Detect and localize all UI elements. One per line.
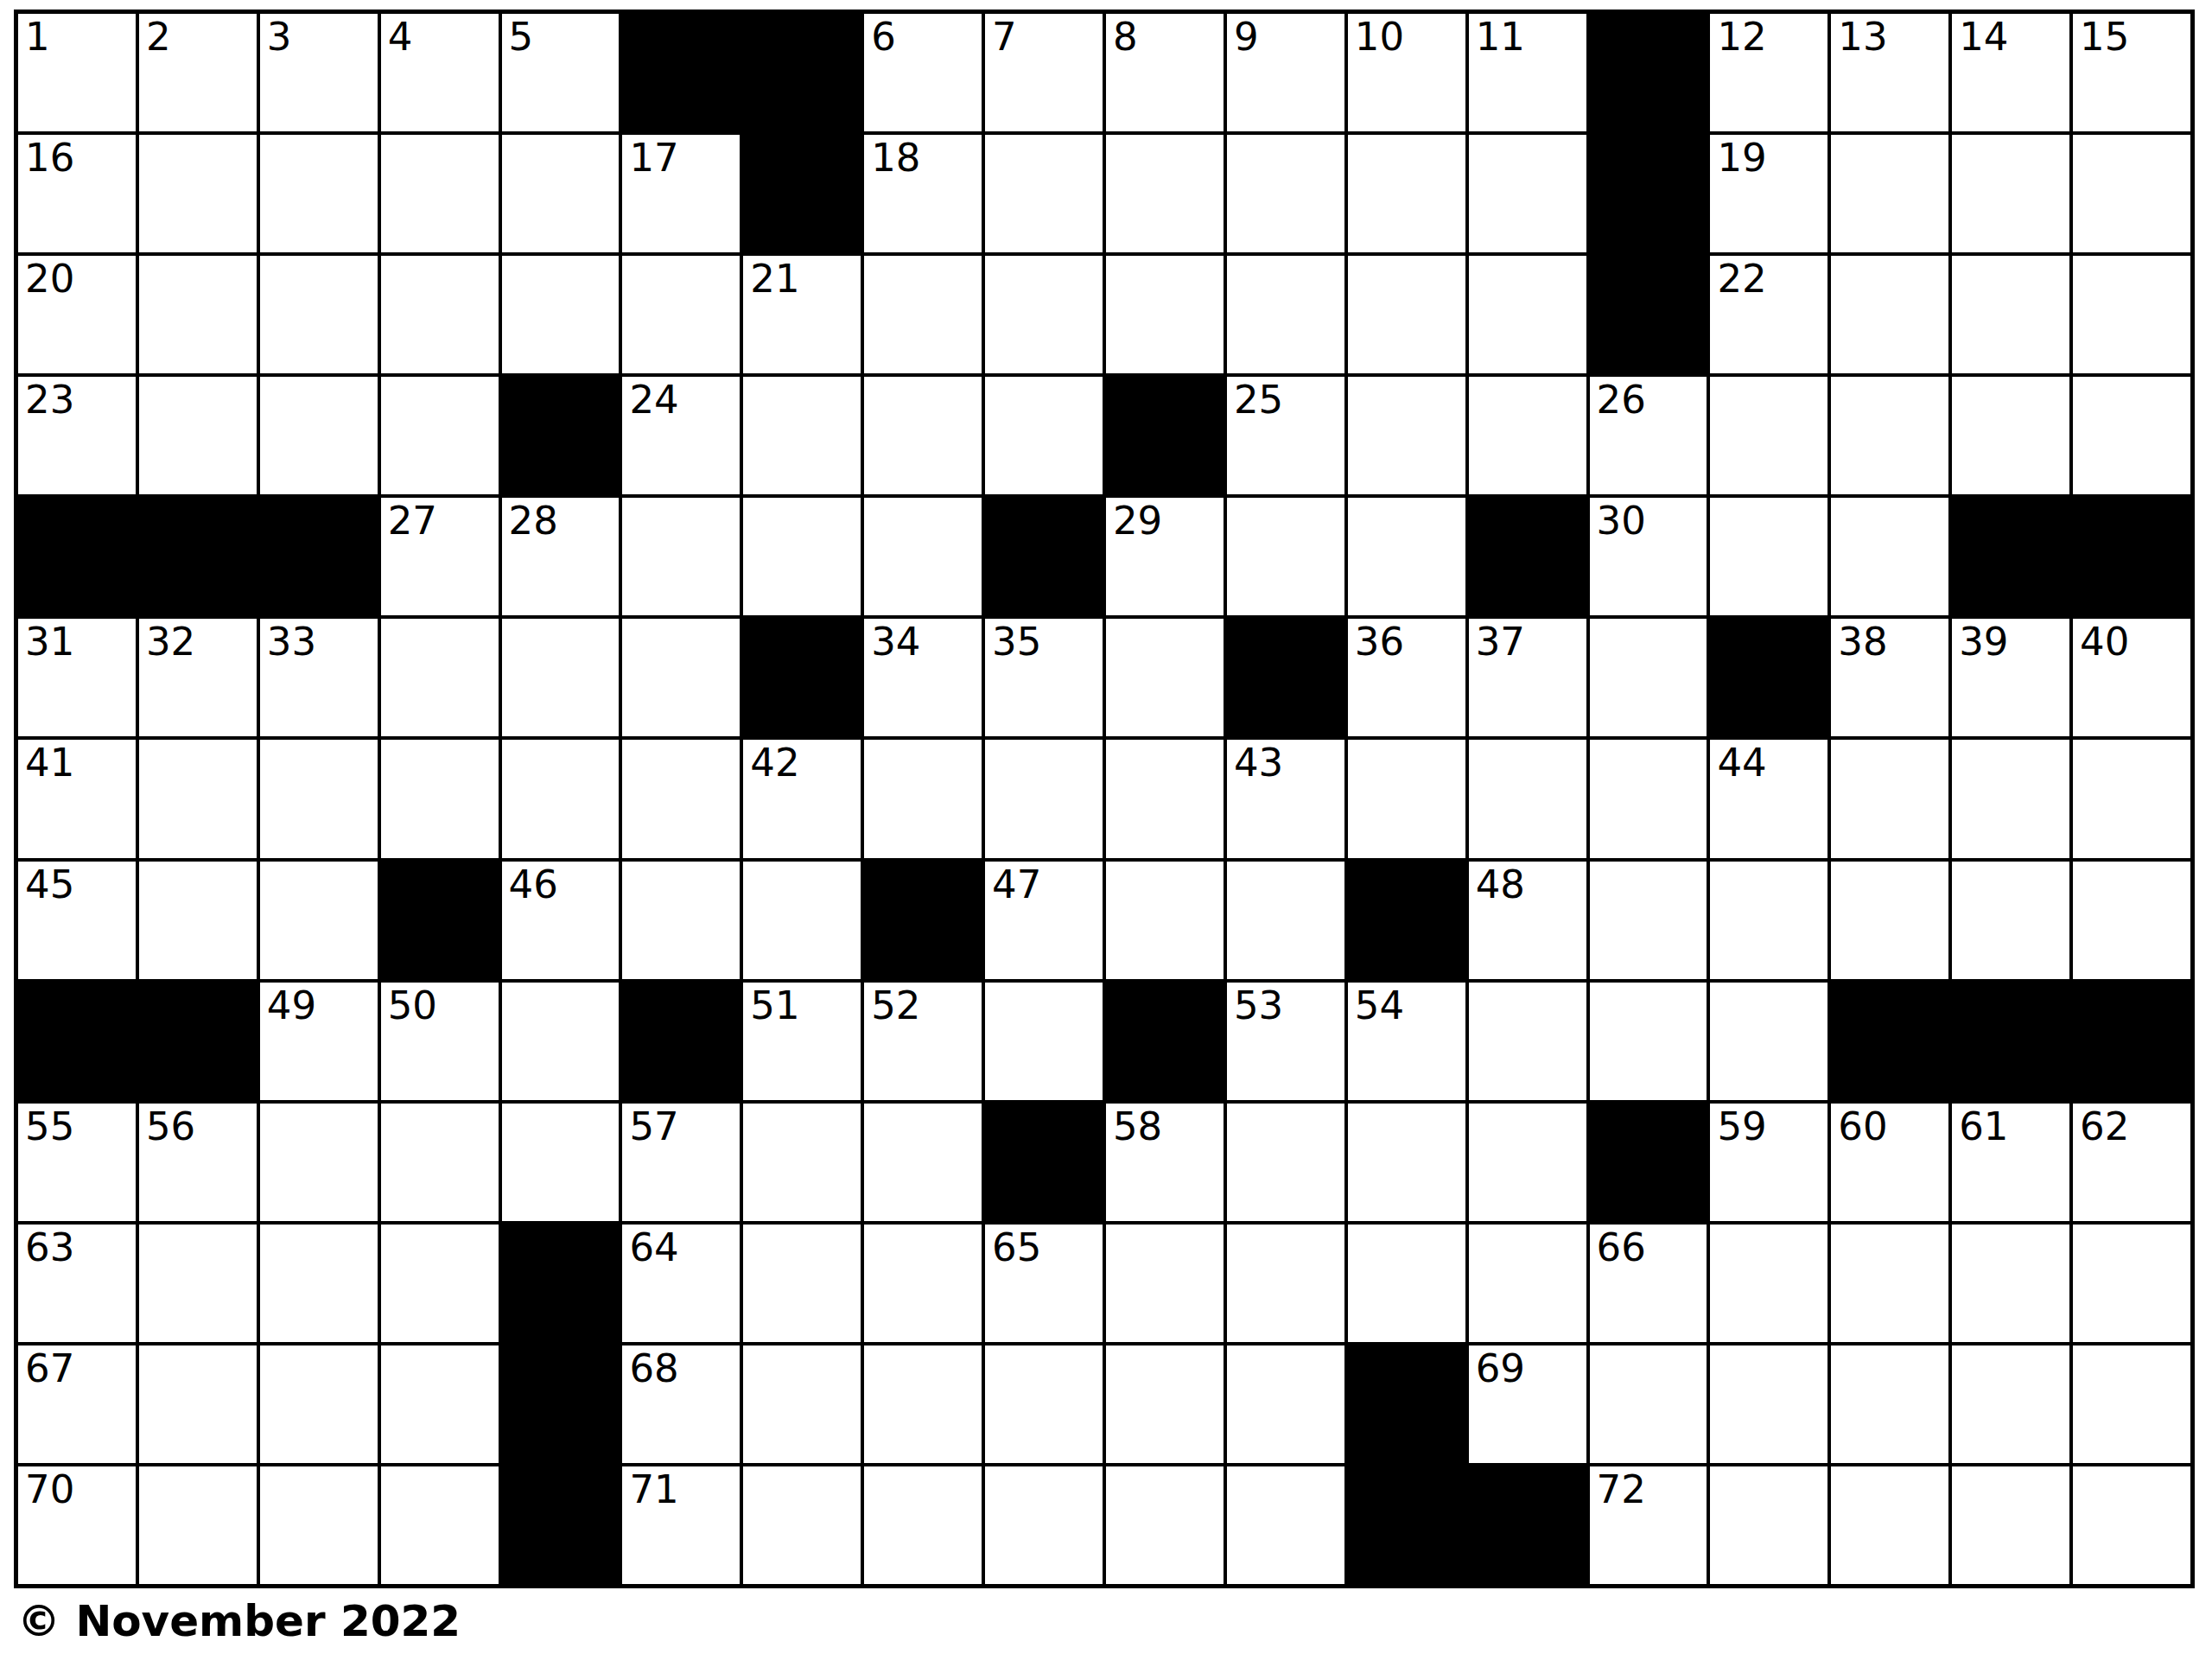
block-r2c7 [743, 135, 861, 252]
cell-r7c10[interactable] [1106, 740, 1224, 857]
cell-r12c13[interactable]: 69 [1469, 1345, 1586, 1463]
cell-r3c3[interactable] [260, 256, 378, 373]
cell-r11c8[interactable] [864, 1225, 982, 1342]
cell-r12c8[interactable] [864, 1345, 982, 1463]
cell-r6c3[interactable]: 33 [260, 619, 378, 736]
cell-r10c8[interactable] [864, 1104, 982, 1221]
block-r8c12 [1348, 862, 1465, 979]
clue-number: 68 [629, 1348, 678, 1389]
cell-r11c9[interactable]: 65 [985, 1225, 1103, 1342]
cell-r11c7[interactable] [743, 1225, 861, 1342]
cell-r6c18[interactable]: 40 [2073, 619, 2190, 736]
cell-r7c8[interactable] [864, 740, 982, 857]
cell-r4c11[interactable]: 25 [1227, 377, 1344, 494]
cell-r12c17[interactable] [1952, 1345, 2069, 1463]
cell-r4c12[interactable] [1348, 377, 1465, 494]
clue-number: 12 [1717, 16, 1766, 57]
cell-r13c3[interactable] [260, 1466, 378, 1584]
cell-r9c3[interactable]: 49 [260, 983, 378, 1100]
clue-number: 52 [871, 985, 920, 1026]
cell-r4c13[interactable] [1469, 377, 1586, 494]
clue-number: 9 [1234, 16, 1259, 57]
cell-r4c6[interactable]: 24 [622, 377, 740, 494]
block-r13c5 [502, 1466, 620, 1584]
cell-r9c8[interactable]: 52 [864, 983, 982, 1100]
cell-r6c8[interactable]: 34 [864, 619, 982, 736]
clue-number: 13 [1838, 16, 1887, 57]
cell-r11c3[interactable] [260, 1225, 378, 1342]
cell-r1c10[interactable]: 8 [1106, 14, 1224, 131]
cell-r2c9[interactable] [985, 135, 1103, 252]
cell-r2c12[interactable] [1348, 135, 1465, 252]
cell-r10c10[interactable]: 58 [1106, 1104, 1224, 1221]
cell-r7c3[interactable] [260, 740, 378, 857]
cell-r2c2[interactable] [139, 135, 257, 252]
cell-r2c8[interactable]: 18 [864, 135, 982, 252]
cell-r7c6[interactable] [622, 740, 740, 857]
block-r13c12 [1348, 1466, 1465, 1584]
clue-number: 62 [2080, 1106, 2129, 1147]
cell-r13c15[interactable] [1710, 1466, 1827, 1584]
block-r13c13 [1469, 1466, 1586, 1584]
block-r11c5 [502, 1225, 620, 1342]
cell-r10c7[interactable] [743, 1104, 861, 1221]
clue-number: 49 [267, 985, 316, 1026]
cell-r7c11[interactable]: 43 [1227, 740, 1344, 857]
cell-r2c11[interactable] [1227, 135, 1344, 252]
block-r10c14 [1590, 1104, 1707, 1221]
cell-r6c13[interactable]: 37 [1469, 619, 1586, 736]
block-r4c5 [502, 377, 620, 494]
cell-r4c14[interactable]: 26 [1590, 377, 1707, 494]
cell-r4c8[interactable] [864, 377, 982, 494]
block-r1c14 [1590, 14, 1707, 131]
cell-r8c7[interactable] [743, 862, 861, 979]
cell-r10c6[interactable]: 57 [622, 1104, 740, 1221]
cell-r5c8[interactable] [864, 498, 982, 615]
block-r12c12 [1348, 1345, 1465, 1463]
cell-r3c2[interactable] [139, 256, 257, 373]
cell-r3c4[interactable] [381, 256, 499, 373]
clue-number: 1 [25, 16, 50, 57]
cell-r12c4[interactable] [381, 1345, 499, 1463]
cell-r11c16[interactable] [1831, 1225, 1948, 1342]
cell-r8c3[interactable] [260, 862, 378, 979]
cell-r8c18[interactable] [2073, 862, 2190, 979]
cell-r7c1[interactable]: 41 [18, 740, 136, 857]
block-r5c13 [1469, 498, 1586, 615]
block-r9c1 [18, 983, 136, 1100]
cell-r9c12[interactable]: 54 [1348, 983, 1465, 1100]
clue-number: 41 [25, 742, 74, 783]
clue-number: 55 [25, 1106, 74, 1147]
copyright-caption: © November 2022 [17, 1595, 461, 1647]
cell-r13c2[interactable] [139, 1466, 257, 1584]
cell-r4c17[interactable] [1952, 377, 2069, 494]
cell-r10c11[interactable] [1227, 1104, 1344, 1221]
cell-r1c16[interactable]: 13 [1831, 14, 1948, 131]
cell-r8c1[interactable]: 45 [18, 862, 136, 979]
cell-r6c16[interactable]: 38 [1831, 619, 1948, 736]
clue-number: 56 [146, 1106, 195, 1147]
cell-r10c1[interactable]: 55 [18, 1104, 136, 1221]
cell-r2c15[interactable]: 19 [1710, 135, 1827, 252]
clue-number: 8 [1113, 16, 1138, 57]
clue-number: 70 [25, 1469, 74, 1510]
clue-number: 37 [1476, 621, 1525, 662]
clue-number: 65 [992, 1227, 1041, 1268]
clue-number: 2 [146, 16, 171, 57]
clue-number: 18 [871, 137, 920, 178]
cell-r6c4[interactable] [381, 619, 499, 736]
cell-r11c1[interactable]: 63 [18, 1225, 136, 1342]
clue-number: 34 [871, 621, 920, 662]
clue-number: 15 [2080, 16, 2129, 57]
cell-r8c17[interactable] [1952, 862, 2069, 979]
block-r2c14 [1590, 135, 1707, 252]
clue-number: 50 [388, 985, 437, 1026]
clue-number: 66 [1597, 1227, 1646, 1268]
cell-r3c13[interactable] [1469, 256, 1586, 373]
cell-r1c15[interactable]: 12 [1710, 14, 1827, 131]
cell-r11c12[interactable] [1348, 1225, 1465, 1342]
cell-r4c7[interactable] [743, 377, 861, 494]
cell-r5c15[interactable] [1710, 498, 1827, 615]
cell-r13c11[interactable] [1227, 1466, 1344, 1584]
cell-r10c5[interactable] [502, 1104, 620, 1221]
cell-r4c4[interactable] [381, 377, 499, 494]
cell-r8c10[interactable] [1106, 862, 1224, 979]
cell-r7c12[interactable] [1348, 740, 1465, 857]
clue-number: 47 [992, 864, 1041, 905]
clue-number: 26 [1597, 379, 1646, 420]
cell-r9c7[interactable]: 51 [743, 983, 861, 1100]
cell-r9c11[interactable]: 53 [1227, 983, 1344, 1100]
cell-r6c1[interactable]: 31 [18, 619, 136, 736]
clue-number: 53 [1234, 985, 1283, 1026]
cell-r13c9[interactable] [985, 1466, 1103, 1584]
cell-r7c9[interactable] [985, 740, 1103, 857]
clue-number: 60 [1838, 1106, 1887, 1147]
clue-number: 16 [25, 137, 74, 178]
cell-r2c18[interactable] [2073, 135, 2190, 252]
clue-number: 72 [1597, 1469, 1646, 1510]
cell-r12c10[interactable] [1106, 1345, 1224, 1463]
cell-r1c2[interactable]: 2 [139, 14, 257, 131]
cell-r9c5[interactable] [502, 983, 620, 1100]
cell-r1c13[interactable]: 11 [1469, 14, 1586, 131]
cell-r7c15[interactable]: 44 [1710, 740, 1827, 857]
cell-r4c1[interactable]: 23 [18, 377, 136, 494]
clue-number: 69 [1476, 1348, 1525, 1389]
cell-r3c10[interactable] [1106, 256, 1224, 373]
cell-r5c6[interactable] [622, 498, 740, 615]
cell-r11c10[interactable] [1106, 1225, 1224, 1342]
clue-number: 35 [992, 621, 1041, 662]
cell-r3c7[interactable]: 21 [743, 256, 861, 373]
cell-r13c7[interactable] [743, 1466, 861, 1584]
clue-number: 61 [1959, 1106, 2008, 1147]
block-r8c8 [864, 862, 982, 979]
cell-r7c18[interactable] [2073, 740, 2190, 857]
cell-r3c1[interactable]: 20 [18, 256, 136, 373]
cell-r1c11[interactable]: 9 [1227, 14, 1344, 131]
clue-number: 32 [146, 621, 195, 662]
clue-number: 28 [509, 500, 558, 541]
cell-r4c3[interactable] [260, 377, 378, 494]
clue-number: 27 [388, 500, 437, 541]
cell-r12c11[interactable] [1227, 1345, 1344, 1463]
cell-r6c17[interactable]: 39 [1952, 619, 2069, 736]
cell-r4c15[interactable] [1710, 377, 1827, 494]
cell-r7c2[interactable] [139, 740, 257, 857]
cell-r8c6[interactable] [622, 862, 740, 979]
cell-r5c4[interactable]: 27 [381, 498, 499, 615]
cell-r7c5[interactable] [502, 740, 620, 857]
block-r5c2 [139, 498, 257, 615]
cell-r3c6[interactable] [622, 256, 740, 373]
cell-r7c14[interactable] [1590, 740, 1707, 857]
cell-r13c16[interactable] [1831, 1466, 1948, 1584]
clue-number: 7 [992, 16, 1017, 57]
cell-r12c16[interactable] [1831, 1345, 1948, 1463]
cell-r1c12[interactable]: 10 [1348, 14, 1465, 131]
cell-r1c3[interactable]: 3 [260, 14, 378, 131]
cell-r8c16[interactable] [1831, 862, 1948, 979]
cell-r13c8[interactable] [864, 1466, 982, 1584]
cell-r3c5[interactable] [502, 256, 620, 373]
cell-r7c7[interactable]: 42 [743, 740, 861, 857]
cell-r8c14[interactable] [1590, 862, 1707, 979]
cell-r10c12[interactable] [1348, 1104, 1465, 1221]
block-r9c10 [1106, 983, 1224, 1100]
cell-r13c6[interactable]: 71 [622, 1466, 740, 1584]
cell-r8c15[interactable] [1710, 862, 1827, 979]
clue-number: 67 [25, 1348, 74, 1389]
clue-number: 71 [629, 1469, 678, 1510]
cell-r11c18[interactable] [2073, 1225, 2190, 1342]
cell-r3c12[interactable] [1348, 256, 1465, 373]
cell-r5c10[interactable]: 29 [1106, 498, 1224, 615]
block-r6c11 [1227, 619, 1344, 736]
cell-r8c11[interactable] [1227, 862, 1344, 979]
cell-r11c15[interactable] [1710, 1225, 1827, 1342]
block-r5c17 [1952, 498, 2069, 615]
cell-r11c6[interactable]: 64 [622, 1225, 740, 1342]
cell-r4c9[interactable] [985, 377, 1103, 494]
clue-number: 46 [509, 864, 558, 905]
clue-number: 45 [25, 864, 74, 905]
cell-r13c18[interactable] [2073, 1466, 2190, 1584]
cell-r11c14[interactable]: 66 [1590, 1225, 1707, 1342]
clue-number: 40 [2080, 621, 2129, 662]
cell-r7c17[interactable] [1952, 740, 2069, 857]
clue-number: 5 [509, 16, 534, 57]
cell-r2c5[interactable] [502, 135, 620, 252]
crossword-page: 1234567891011121314151617181920212223242… [0, 0, 2212, 1654]
clue-number: 54 [1355, 985, 1404, 1026]
clue-number: 19 [1717, 137, 1766, 178]
cell-r1c9[interactable]: 7 [985, 14, 1103, 131]
cell-r9c9[interactable] [985, 983, 1103, 1100]
cell-r5c5[interactable]: 28 [502, 498, 620, 615]
cell-r11c2[interactable] [139, 1225, 257, 1342]
cell-r11c4[interactable] [381, 1225, 499, 1342]
cell-r12c14[interactable] [1590, 1345, 1707, 1463]
block-r1c6 [622, 14, 740, 131]
block-r5c3 [260, 498, 378, 615]
cell-r5c16[interactable] [1831, 498, 1948, 615]
cell-r5c7[interactable] [743, 498, 861, 615]
cell-r1c18[interactable]: 15 [2073, 14, 2190, 131]
cell-r13c17[interactable] [1952, 1466, 2069, 1584]
cell-r6c9[interactable]: 35 [985, 619, 1103, 736]
clue-number: 64 [629, 1227, 678, 1268]
cell-r12c6[interactable]: 68 [622, 1345, 740, 1463]
block-r6c15 [1710, 619, 1827, 736]
cell-r6c5[interactable] [502, 619, 620, 736]
cell-r7c13[interactable] [1469, 740, 1586, 857]
cell-r10c3[interactable] [260, 1104, 378, 1221]
clue-number: 10 [1355, 16, 1404, 57]
cell-r3c15[interactable]: 22 [1710, 256, 1827, 373]
block-r3c14 [1590, 256, 1707, 373]
clue-number: 11 [1476, 16, 1525, 57]
cell-r11c17[interactable] [1952, 1225, 2069, 1342]
cell-r10c15[interactable]: 59 [1710, 1104, 1827, 1221]
cell-r3c17[interactable] [1952, 256, 2069, 373]
clue-number: 23 [25, 379, 74, 420]
clue-number: 38 [1838, 621, 1887, 662]
cell-r6c6[interactable] [622, 619, 740, 736]
cell-r10c13[interactable] [1469, 1104, 1586, 1221]
block-r9c18 [2073, 983, 2190, 1100]
cell-r2c6[interactable]: 17 [622, 135, 740, 252]
cell-r9c15[interactable] [1710, 983, 1827, 1100]
cell-r13c14[interactable]: 72 [1590, 1466, 1707, 1584]
cell-r8c13[interactable]: 48 [1469, 862, 1586, 979]
clue-number: 42 [750, 742, 799, 783]
cell-r6c12[interactable]: 36 [1348, 619, 1465, 736]
cell-r12c2[interactable] [139, 1345, 257, 1463]
cell-r1c17[interactable]: 14 [1952, 14, 2069, 131]
cell-r8c5[interactable]: 46 [502, 862, 620, 979]
cell-r12c1[interactable]: 67 [18, 1345, 136, 1463]
cell-r2c13[interactable] [1469, 135, 1586, 252]
cell-r1c4[interactable]: 4 [381, 14, 499, 131]
cell-r12c9[interactable] [985, 1345, 1103, 1463]
cell-r3c11[interactable] [1227, 256, 1344, 373]
clue-number: 48 [1476, 864, 1525, 905]
clue-number: 59 [1717, 1106, 1766, 1147]
clue-number: 39 [1959, 621, 2008, 662]
cell-r12c3[interactable] [260, 1345, 378, 1463]
block-r5c18 [2073, 498, 2190, 615]
cell-r6c14[interactable] [1590, 619, 1707, 736]
cell-r3c8[interactable] [864, 256, 982, 373]
block-r4c10 [1106, 377, 1224, 494]
cell-r5c14[interactable]: 30 [1590, 498, 1707, 615]
cell-r4c2[interactable] [139, 377, 257, 494]
cell-r5c11[interactable] [1227, 498, 1344, 615]
clue-number: 24 [629, 379, 678, 420]
clue-number: 31 [25, 621, 74, 662]
cell-r3c18[interactable] [2073, 256, 2190, 373]
cell-r11c13[interactable] [1469, 1225, 1586, 1342]
clue-number: 43 [1234, 742, 1283, 783]
clue-number: 58 [1113, 1106, 1162, 1147]
cell-r13c1[interactable]: 70 [18, 1466, 136, 1584]
block-r12c5 [502, 1345, 620, 1463]
cell-r1c8[interactable]: 6 [864, 14, 982, 131]
cell-r4c16[interactable] [1831, 377, 1948, 494]
cell-r6c10[interactable] [1106, 619, 1224, 736]
cell-r6c2[interactable]: 32 [139, 619, 257, 736]
cell-r10c2[interactable]: 56 [139, 1104, 257, 1221]
clue-number: 20 [25, 258, 74, 299]
clue-number: 51 [750, 985, 799, 1026]
block-r1c7 [743, 14, 861, 131]
cell-r7c16[interactable] [1831, 740, 1948, 857]
cell-r3c16[interactable] [1831, 256, 1948, 373]
clue-number: 14 [1959, 16, 2008, 57]
cell-r9c13[interactable] [1469, 983, 1586, 1100]
block-r6c7 [743, 619, 861, 736]
clue-number: 6 [871, 16, 896, 57]
cell-r8c9[interactable]: 47 [985, 862, 1103, 979]
cell-r13c4[interactable] [381, 1466, 499, 1584]
cell-r12c18[interactable] [2073, 1345, 2190, 1463]
cell-r9c4[interactable]: 50 [381, 983, 499, 1100]
cell-r10c17[interactable]: 61 [1952, 1104, 2069, 1221]
clue-number: 36 [1355, 621, 1404, 662]
clue-number: 63 [25, 1227, 74, 1268]
clue-number: 22 [1717, 258, 1766, 299]
clue-number: 4 [388, 16, 413, 57]
cell-r13c10[interactable] [1106, 1466, 1224, 1584]
clue-number: 44 [1717, 742, 1766, 783]
cell-r10c18[interactable]: 62 [2073, 1104, 2190, 1221]
cell-r2c17[interactable] [1952, 135, 2069, 252]
block-r10c9 [985, 1104, 1103, 1221]
block-r8c4 [381, 862, 499, 979]
block-r9c16 [1831, 983, 1948, 1100]
cell-r8c2[interactable] [139, 862, 257, 979]
cell-r1c5[interactable]: 5 [502, 14, 620, 131]
cell-r9c14[interactable] [1590, 983, 1707, 1100]
cell-r2c10[interactable] [1106, 135, 1224, 252]
cell-r11c11[interactable] [1227, 1225, 1344, 1342]
clue-number: 33 [267, 621, 316, 662]
cell-r1c1[interactable]: 1 [18, 14, 136, 131]
block-r9c2 [139, 983, 257, 1100]
clue-number: 57 [629, 1106, 678, 1147]
cell-r12c15[interactable] [1710, 1345, 1827, 1463]
cell-r4c18[interactable] [2073, 377, 2190, 494]
cell-r10c4[interactable] [381, 1104, 499, 1221]
cell-r2c4[interactable] [381, 135, 499, 252]
clue-number: 3 [267, 16, 292, 57]
cell-r10c16[interactable]: 60 [1831, 1104, 1948, 1221]
cell-r2c3[interactable] [260, 135, 378, 252]
cell-r5c12[interactable] [1348, 498, 1465, 615]
cell-r2c16[interactable] [1831, 135, 1948, 252]
clue-number: 25 [1234, 379, 1283, 420]
cell-r2c1[interactable]: 16 [18, 135, 136, 252]
cell-r12c7[interactable] [743, 1345, 861, 1463]
cell-r7c4[interactable] [381, 740, 499, 857]
cell-r3c9[interactable] [985, 256, 1103, 373]
